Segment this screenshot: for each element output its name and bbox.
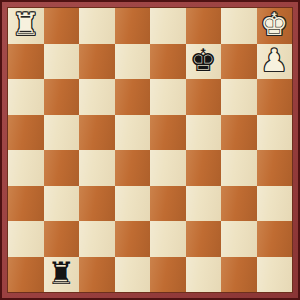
square-b5[interactable] xyxy=(44,115,80,151)
square-f8[interactable] xyxy=(186,8,222,44)
square-e7[interactable] xyxy=(150,44,186,80)
square-c1[interactable] xyxy=(79,257,115,293)
square-e8[interactable] xyxy=(150,8,186,44)
white-pawn[interactable]: ♟ xyxy=(260,45,288,76)
square-a2[interactable] xyxy=(8,221,44,257)
square-f7[interactable]: ♚ xyxy=(186,44,222,80)
square-f1[interactable] xyxy=(186,257,222,293)
square-g7[interactable] xyxy=(221,44,257,80)
square-f5[interactable] xyxy=(186,115,222,151)
chess-board: ♜♚♚♟♜ xyxy=(8,8,292,292)
square-b6[interactable] xyxy=(44,79,80,115)
square-c8[interactable] xyxy=(79,8,115,44)
square-g1[interactable] xyxy=(221,257,257,293)
square-h2[interactable] xyxy=(257,221,293,257)
square-c4[interactable] xyxy=(79,150,115,186)
black-king[interactable]: ♚ xyxy=(189,45,217,76)
square-a1[interactable] xyxy=(8,257,44,293)
square-g3[interactable] xyxy=(221,186,257,222)
square-g6[interactable] xyxy=(221,79,257,115)
square-d1[interactable] xyxy=(115,257,151,293)
square-e5[interactable] xyxy=(150,115,186,151)
square-b1[interactable]: ♜ xyxy=(44,257,80,293)
square-f2[interactable] xyxy=(186,221,222,257)
square-c6[interactable] xyxy=(79,79,115,115)
square-a6[interactable] xyxy=(8,79,44,115)
black-rook[interactable]: ♜ xyxy=(47,258,75,289)
white-king[interactable]: ♚ xyxy=(260,9,288,40)
square-h1[interactable] xyxy=(257,257,293,293)
square-h4[interactable] xyxy=(257,150,293,186)
square-b3[interactable] xyxy=(44,186,80,222)
square-a3[interactable] xyxy=(8,186,44,222)
square-g8[interactable] xyxy=(221,8,257,44)
square-d3[interactable] xyxy=(115,186,151,222)
square-b8[interactable] xyxy=(44,8,80,44)
square-b4[interactable] xyxy=(44,150,80,186)
square-c3[interactable] xyxy=(79,186,115,222)
square-h6[interactable] xyxy=(257,79,293,115)
square-c7[interactable] xyxy=(79,44,115,80)
square-e6[interactable] xyxy=(150,79,186,115)
square-a4[interactable] xyxy=(8,150,44,186)
square-g5[interactable] xyxy=(221,115,257,151)
board-inner-border: ♜♚♚♟♜ xyxy=(7,7,293,293)
square-d5[interactable] xyxy=(115,115,151,151)
square-d8[interactable] xyxy=(115,8,151,44)
board-frame: ♜♚♚♟♜ xyxy=(0,0,300,300)
square-f4[interactable] xyxy=(186,150,222,186)
square-f3[interactable] xyxy=(186,186,222,222)
square-b7[interactable] xyxy=(44,44,80,80)
square-d4[interactable] xyxy=(115,150,151,186)
square-b2[interactable] xyxy=(44,221,80,257)
square-a8[interactable]: ♜ xyxy=(8,8,44,44)
square-f6[interactable] xyxy=(186,79,222,115)
square-a5[interactable] xyxy=(8,115,44,151)
square-e2[interactable] xyxy=(150,221,186,257)
square-g4[interactable] xyxy=(221,150,257,186)
square-d2[interactable] xyxy=(115,221,151,257)
square-d7[interactable] xyxy=(115,44,151,80)
square-c2[interactable] xyxy=(79,221,115,257)
square-h8[interactable]: ♚ xyxy=(257,8,293,44)
square-g2[interactable] xyxy=(221,221,257,257)
square-d6[interactable] xyxy=(115,79,151,115)
square-h7[interactable]: ♟ xyxy=(257,44,293,80)
square-a7[interactable] xyxy=(8,44,44,80)
square-h3[interactable] xyxy=(257,186,293,222)
white-rook[interactable]: ♜ xyxy=(12,9,40,40)
square-e3[interactable] xyxy=(150,186,186,222)
square-e1[interactable] xyxy=(150,257,186,293)
square-c5[interactable] xyxy=(79,115,115,151)
square-e4[interactable] xyxy=(150,150,186,186)
square-h5[interactable] xyxy=(257,115,293,151)
